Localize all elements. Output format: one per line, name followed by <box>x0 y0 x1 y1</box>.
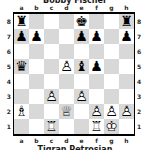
chess-diagram: Bobby Fischer abcdefgh 87654321 ♜♚♜♟♟♟♟♟… <box>0 0 150 150</box>
file-label-f: f <box>89 137 104 144</box>
file-labels-top: abcdefgh <box>14 4 134 11</box>
file-label-a: a <box>14 4 29 11</box>
piece-black-rook: ♜ <box>14 14 29 29</box>
piece-white-bishop-fill: ♝ <box>14 104 29 119</box>
piece-white-king: ♔ <box>104 119 119 134</box>
square-g1[interactable]: ♚♔ <box>104 119 119 134</box>
rank-label-8: 8 <box>3 14 11 29</box>
rank-label-7: 7 <box>3 29 11 44</box>
square-e5[interactable]: ♝ <box>74 59 89 74</box>
piece-white-pawn-fill: ♟ <box>59 59 74 74</box>
file-label-d: d <box>59 137 74 144</box>
piece-black-rook: ♜ <box>119 14 134 29</box>
piece-white-pawn-fill: ♟ <box>89 104 104 119</box>
square-f4[interactable] <box>89 74 104 89</box>
piece-white-pawn: ♙ <box>44 89 59 104</box>
piece-white-queen-fill: ♛ <box>59 104 74 119</box>
rank-label-6: 6 <box>3 44 11 59</box>
file-label-f: f <box>89 4 104 11</box>
square-b5[interactable] <box>29 59 44 74</box>
piece-white-pawn: ♙ <box>89 104 104 119</box>
piece-white-bishop: ♗ <box>14 104 29 119</box>
square-d6[interactable] <box>59 44 74 59</box>
square-h6[interactable] <box>119 44 134 59</box>
square-h3[interactable] <box>119 89 134 104</box>
square-e8[interactable]: ♚ <box>74 14 89 29</box>
square-b2[interactable] <box>29 104 44 119</box>
square-f5[interactable]: ♟ <box>89 59 104 74</box>
square-e2[interactable] <box>74 104 89 119</box>
rank-label-1: 1 <box>137 119 145 134</box>
square-h7[interactable]: ♟ <box>119 29 134 44</box>
rank-labels-left: 87654321 <box>3 14 11 134</box>
square-e7[interactable]: ♟ <box>74 29 89 44</box>
piece-black-pawn: ♟ <box>119 29 134 44</box>
piece-white-pawn-fill: ♟ <box>44 89 59 104</box>
square-f1[interactable]: ♜♖ <box>89 119 104 134</box>
file-label-b: b <box>29 137 44 144</box>
square-f6[interactable] <box>89 44 104 59</box>
square-h8[interactable]: ♜ <box>119 14 134 29</box>
square-c3[interactable]: ♟♙ <box>44 89 59 104</box>
file-label-h: h <box>119 137 134 144</box>
square-c8[interactable] <box>44 14 59 29</box>
square-d8[interactable] <box>59 14 74 29</box>
file-label-h: h <box>119 4 134 11</box>
square-c1[interactable]: ♜♖ <box>44 119 59 134</box>
square-a7[interactable]: ♟ <box>14 29 29 44</box>
square-e3[interactable]: ♟♙ <box>74 89 89 104</box>
square-c4[interactable] <box>44 74 59 89</box>
square-c5[interactable] <box>44 59 59 74</box>
square-a4[interactable] <box>14 74 29 89</box>
piece-white-pawn: ♙ <box>119 104 134 119</box>
rank-label-4: 4 <box>137 74 145 89</box>
square-c7[interactable] <box>44 29 59 44</box>
square-h4[interactable] <box>119 74 134 89</box>
square-e4[interactable] <box>74 74 89 89</box>
square-f3[interactable] <box>89 89 104 104</box>
square-g7[interactable] <box>104 29 119 44</box>
square-g2[interactable]: ♟♙ <box>104 104 119 119</box>
square-b4[interactable] <box>29 74 44 89</box>
piece-black-bishop: ♝ <box>74 59 89 74</box>
square-f2[interactable]: ♟♙ <box>89 104 104 119</box>
square-f7[interactable]: ♟ <box>89 29 104 44</box>
square-d3[interactable] <box>59 89 74 104</box>
rank-labels-right: 87654321 <box>137 14 145 134</box>
square-e6[interactable] <box>74 44 89 59</box>
file-label-d: d <box>59 4 74 11</box>
piece-black-pawn: ♟ <box>74 29 89 44</box>
square-h5[interactable] <box>119 59 134 74</box>
piece-white-rook-fill: ♜ <box>89 119 104 134</box>
square-g5[interactable] <box>104 59 119 74</box>
square-d2[interactable]: ♛♕ <box>59 104 74 119</box>
square-d7[interactable] <box>59 29 74 44</box>
square-d4[interactable] <box>59 74 74 89</box>
file-label-a: a <box>14 137 29 144</box>
square-a6[interactable] <box>14 44 29 59</box>
square-a1[interactable] <box>14 119 29 134</box>
piece-white-king-fill: ♚ <box>104 119 119 134</box>
rank-label-7: 7 <box>137 29 145 44</box>
square-h2[interactable]: ♟♙ <box>119 104 134 119</box>
file-label-g: g <box>104 4 119 11</box>
file-label-c: c <box>44 4 59 11</box>
square-c2[interactable] <box>44 104 59 119</box>
piece-white-pawn: ♙ <box>59 59 74 74</box>
square-a3[interactable] <box>14 89 29 104</box>
piece-black-queen: ♛ <box>14 59 29 74</box>
rank-label-5: 5 <box>137 59 145 74</box>
square-f8[interactable] <box>89 14 104 29</box>
square-b8[interactable] <box>29 14 44 29</box>
square-a5[interactable]: ♛ <box>14 59 29 74</box>
file-labels-bottom: abcdefgh <box>14 137 134 144</box>
piece-white-pawn-fill: ♟ <box>104 104 119 119</box>
square-d1[interactable] <box>59 119 74 134</box>
chess-board: ♜♚♜♟♟♟♟♟♛♟♙♝♟♟♙♟♙♝♗♛♕♟♙♟♙♟♙♜♖♜♖♚♔ <box>13 12 135 136</box>
square-a8[interactable]: ♜ <box>14 14 29 29</box>
piece-white-pawn-fill: ♟ <box>119 104 134 119</box>
piece-white-rook: ♖ <box>44 119 59 134</box>
piece-white-queen: ♕ <box>59 104 74 119</box>
square-b7[interactable]: ♟ <box>29 29 44 44</box>
piece-black-king: ♚ <box>74 14 89 29</box>
piece-white-pawn-fill: ♟ <box>74 89 89 104</box>
file-label-e: e <box>74 137 89 144</box>
square-g8[interactable] <box>104 14 119 29</box>
rank-label-8: 8 <box>137 14 145 29</box>
square-c6[interactable] <box>44 44 59 59</box>
square-e1[interactable] <box>74 119 89 134</box>
file-label-g: g <box>104 137 119 144</box>
rank-label-6: 6 <box>137 44 145 59</box>
piece-white-pawn: ♙ <box>74 89 89 104</box>
file-label-e: e <box>74 4 89 11</box>
piece-white-rook-fill: ♜ <box>44 119 59 134</box>
piece-black-pawn: ♟ <box>89 29 104 44</box>
square-g4[interactable] <box>104 74 119 89</box>
square-g3[interactable] <box>104 89 119 104</box>
rank-label-5: 5 <box>3 59 11 74</box>
square-b6[interactable] <box>29 44 44 59</box>
square-a2[interactable]: ♝♗ <box>14 104 29 119</box>
rank-label-4: 4 <box>3 74 11 89</box>
piece-black-pawn: ♟ <box>29 29 44 44</box>
rank-label-2: 2 <box>137 104 145 119</box>
rank-label-2: 2 <box>3 104 11 119</box>
rank-label-3: 3 <box>3 89 11 104</box>
square-b1[interactable] <box>29 119 44 134</box>
piece-black-pawn: ♟ <box>14 29 29 44</box>
piece-white-rook: ♖ <box>89 119 104 134</box>
rank-label-1: 1 <box>3 119 11 134</box>
rank-label-3: 3 <box>137 89 145 104</box>
piece-black-pawn: ♟ <box>89 59 104 74</box>
file-label-c: c <box>44 137 59 144</box>
square-g6[interactable] <box>104 44 119 59</box>
square-d5[interactable]: ♟♙ <box>59 59 74 74</box>
square-h1[interactable] <box>119 119 134 134</box>
file-label-b: b <box>29 4 44 11</box>
player-name-bottom: Tigran Petrosian <box>0 145 150 150</box>
piece-white-pawn: ♙ <box>104 104 119 119</box>
square-b3[interactable] <box>29 89 44 104</box>
